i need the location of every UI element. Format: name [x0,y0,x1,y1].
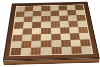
square-a6[interactable] [14,16,23,22]
square-c1[interactable] [30,47,40,55]
square-d3[interactable] [41,33,51,40]
square-c3[interactable] [31,33,41,40]
square-f6[interactable] [58,15,67,21]
square-h6[interactable] [76,15,86,21]
chessboard [2,1,99,60]
square-b8[interactable] [24,6,33,11]
square-h7[interactable] [75,9,84,14]
square-c7[interactable] [32,11,41,16]
photo-background [0,0,100,67]
square-d7[interactable] [41,10,50,15]
square-f1[interactable] [60,46,71,54]
square-c8[interactable] [33,6,42,11]
square-b5[interactable] [23,22,32,28]
square-d2[interactable] [41,40,51,47]
square-b7[interactable] [24,11,33,17]
square-h5[interactable] [77,20,87,26]
square-d5[interactable] [41,21,50,27]
square-c5[interactable] [32,21,41,27]
square-a1[interactable] [10,47,21,55]
board-frame [2,1,99,60]
square-b4[interactable] [22,27,32,33]
square-g7[interactable] [66,10,75,15]
square-h1[interactable] [80,45,91,53]
square-b3[interactable] [21,34,31,41]
square-h3[interactable] [78,32,89,39]
square-g1[interactable] [70,46,81,54]
square-f3[interactable] [60,33,70,40]
square-g3[interactable] [69,32,79,39]
square-g8[interactable] [66,5,75,10]
square-a4[interactable] [13,28,23,34]
square-e6[interactable] [50,15,59,21]
square-b6[interactable] [23,16,32,22]
square-h4[interactable] [77,26,87,32]
square-h2[interactable] [79,39,90,46]
square-e7[interactable] [50,10,59,15]
square-g2[interactable] [70,39,81,46]
square-e3[interactable] [50,33,60,40]
square-a5[interactable] [14,22,24,28]
square-d8[interactable] [41,5,49,10]
square-e2[interactable] [50,39,60,46]
square-g4[interactable] [68,26,78,32]
square-g5[interactable] [68,20,78,26]
squares-grid [10,4,92,54]
square-c4[interactable] [31,27,40,33]
square-a2[interactable] [11,40,22,47]
square-g6[interactable] [67,15,76,21]
square-c2[interactable] [31,40,41,47]
square-f2[interactable] [60,39,70,46]
square-e4[interactable] [50,27,60,33]
square-d4[interactable] [41,27,50,33]
square-f5[interactable] [59,21,69,27]
square-e1[interactable] [51,46,61,54]
square-d6[interactable] [41,16,50,22]
square-b2[interactable] [21,40,31,47]
square-e8[interactable] [49,5,58,10]
inlay-border [9,4,93,56]
square-f8[interactable] [58,5,67,10]
square-h8[interactable] [74,4,83,9]
square-a8[interactable] [16,6,25,11]
square-a3[interactable] [12,34,22,41]
square-d1[interactable] [40,47,50,55]
square-a7[interactable] [15,11,24,17]
square-f4[interactable] [59,27,69,33]
square-c6[interactable] [32,16,41,22]
square-b1[interactable] [20,47,31,55]
square-e5[interactable] [50,21,59,27]
square-f7[interactable] [58,10,67,15]
